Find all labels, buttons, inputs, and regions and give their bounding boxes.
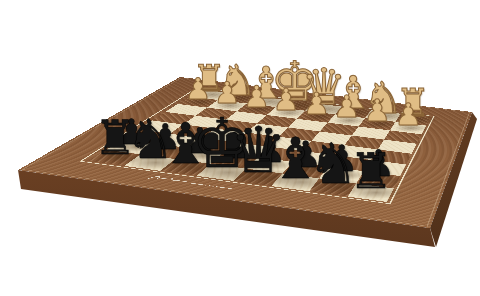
black-pawn-g7: ♟ xyxy=(143,119,189,154)
piece-shadow xyxy=(363,110,411,122)
piece-shadow xyxy=(362,175,402,185)
black-knight-g8: ♞ xyxy=(115,113,185,167)
white-rook-a1: ♜ xyxy=(388,84,438,123)
piece-shadow xyxy=(333,116,366,124)
white-pawn-b2: ♟ xyxy=(357,96,397,127)
piece-shadow xyxy=(230,168,300,186)
pieces-layer: ♜♞♝♟♚♟♛♟♝♟♞♟♜♟♟♟♟♟♟♜♟♞♟♝♟♚♟♛♟♝♞♜ xyxy=(0,0,480,296)
piece-shadow xyxy=(301,102,356,116)
white-queen-d1: ♛ xyxy=(291,63,356,113)
piece-shadow xyxy=(254,160,293,170)
black-pawn-f7: ♟ xyxy=(177,123,223,158)
black-king-e8: ♚ xyxy=(177,109,266,177)
piece-shadow xyxy=(150,146,189,156)
piece-shadow xyxy=(326,170,366,180)
piece-shadow xyxy=(270,174,333,190)
piece-shadow xyxy=(126,155,185,170)
piece-shadow xyxy=(246,95,294,107)
piece-shadow xyxy=(191,163,266,182)
piece-shadow xyxy=(289,165,329,175)
white-pawn-a2: ♟ xyxy=(388,100,428,131)
black-pawn-c7: ♟ xyxy=(282,137,329,173)
white-pawn-g2: ♟ xyxy=(208,78,247,108)
piece-shadow xyxy=(185,98,218,106)
black-rook-a8: ♜ xyxy=(339,147,403,196)
piece-shadow xyxy=(270,97,329,112)
piece-shadow xyxy=(243,105,276,113)
black-pawn-e7: ♟ xyxy=(211,128,257,164)
black-bishop-f8: ♝ xyxy=(150,116,222,172)
white-bishop-f1: ♝ xyxy=(237,61,294,105)
piece-shadow xyxy=(273,109,306,117)
black-pawn-a7: ♟ xyxy=(355,146,402,183)
black-rook-h8: ♜ xyxy=(84,114,145,161)
piece-shadow xyxy=(214,101,247,109)
white-knight-g1: ♞ xyxy=(210,59,265,102)
piece-shadow xyxy=(333,106,382,119)
black-pawn-d7: ♟ xyxy=(247,132,294,168)
piece-shadow xyxy=(349,186,403,200)
piece-shadow xyxy=(303,112,336,120)
white-king-e1: ♚ xyxy=(260,55,330,109)
piece-shadow xyxy=(192,89,233,99)
black-queen-d8: ♛ xyxy=(217,119,299,182)
white-rook-h1: ♜ xyxy=(185,60,233,97)
black-pawn-b7: ♟ xyxy=(318,141,365,177)
piece-shadow xyxy=(184,151,223,161)
black-bishop-c8: ♝ xyxy=(259,130,333,187)
white-bishop-c1: ♝ xyxy=(324,71,382,116)
chessboard-photo: ♜♞♝♟♚♟♛♟♝♟♞♟♜♟♟♟♟♟♟♜♟♞♟♝♟♚♟♛♟♝♞♜ xyxy=(0,0,480,296)
white-pawn-f2: ♟ xyxy=(237,82,276,112)
piece-shadow xyxy=(396,114,438,125)
piece-shadow xyxy=(219,155,258,165)
piece-shadow xyxy=(364,120,398,129)
white-pawn-h2: ♟ xyxy=(179,75,217,105)
piece-shadow xyxy=(394,124,428,133)
white-pawn-d2: ♟ xyxy=(297,89,336,119)
piece-shadow xyxy=(116,142,154,152)
piece-shadow xyxy=(308,179,369,195)
white-pawn-e2: ♟ xyxy=(267,85,306,115)
piece-shadow xyxy=(218,92,265,104)
white-pawn-c2: ♟ xyxy=(327,92,366,122)
black-knight-b8: ♞ xyxy=(297,136,370,192)
black-pawn-h7: ♟ xyxy=(109,115,154,150)
piece-shadow xyxy=(94,151,146,164)
white-knight-b1: ♞ xyxy=(355,76,412,120)
piece-shadow xyxy=(161,159,222,175)
